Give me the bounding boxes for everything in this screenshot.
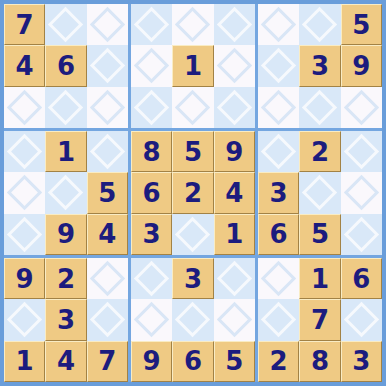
cell-r2c7[interactable] xyxy=(258,45,299,86)
box-7: 9 2 3 1 4 7 xyxy=(4,258,128,382)
diamond-outline-icon xyxy=(7,217,42,252)
cell-r7c3[interactable] xyxy=(87,258,128,299)
cell-r6c9[interactable] xyxy=(341,214,382,255)
cell-r5c9[interactable] xyxy=(341,172,382,213)
box-1: 7 4 6 xyxy=(4,4,128,128)
diamond-outline-icon xyxy=(302,90,337,125)
diamond-outline-icon xyxy=(302,7,337,42)
sudoku-board: 7 4 6 1 5 3 9 1 5 xyxy=(0,0,386,386)
diamond-outline-icon xyxy=(175,7,210,42)
diamond-outline-icon xyxy=(261,302,296,337)
diamond-outline-icon xyxy=(261,261,296,296)
box-4: 1 5 9 4 xyxy=(4,131,128,255)
cell-r1c5[interactable] xyxy=(172,4,213,45)
cell-r4c7[interactable] xyxy=(258,131,299,172)
diamond-outline-icon xyxy=(134,302,169,337)
cell-r3c5[interactable] xyxy=(172,87,213,128)
diamond-outline-icon xyxy=(217,261,252,296)
diamond-outline-icon xyxy=(7,90,42,125)
cell-r1c8[interactable] xyxy=(299,4,340,45)
cell-r7c6[interactable] xyxy=(214,258,255,299)
diamond-outline-icon xyxy=(90,90,125,125)
cell-r6c6: 1 xyxy=(214,214,255,255)
cell-r5c2[interactable] xyxy=(45,172,86,213)
cell-r6c3: 4 xyxy=(87,214,128,255)
box-3: 5 3 9 xyxy=(258,4,382,128)
diamond-outline-icon xyxy=(344,90,379,125)
cell-r5c8[interactable] xyxy=(299,172,340,213)
cell-r8c6[interactable] xyxy=(214,299,255,340)
diamond-outline-icon xyxy=(261,134,296,169)
diamond-outline-icon xyxy=(48,7,83,42)
cell-r1c1: 7 xyxy=(4,4,45,45)
diamond-outline-icon xyxy=(302,175,337,210)
cell-r9c2: 4 xyxy=(45,341,86,382)
diamond-outline-icon xyxy=(344,175,379,210)
cell-r8c5[interactable] xyxy=(172,299,213,340)
cell-r8c3[interactable] xyxy=(87,299,128,340)
cell-r2c8: 3 xyxy=(299,45,340,86)
cell-r1c2[interactable] xyxy=(45,4,86,45)
cell-r7c1: 9 xyxy=(4,258,45,299)
cell-r3c6[interactable] xyxy=(214,87,255,128)
diamond-outline-icon xyxy=(134,7,169,42)
cell-r4c6: 9 xyxy=(214,131,255,172)
diamond-outline-icon xyxy=(217,7,252,42)
cell-r4c5: 5 xyxy=(172,131,213,172)
cell-r9c6: 5 xyxy=(214,341,255,382)
cell-r8c1[interactable] xyxy=(4,299,45,340)
cell-r6c5[interactable] xyxy=(172,214,213,255)
cell-r2c4[interactable] xyxy=(131,45,172,86)
diamond-outline-icon xyxy=(7,175,42,210)
cell-r1c4[interactable] xyxy=(131,4,172,45)
diamond-outline-icon xyxy=(261,48,296,83)
cell-r3c2[interactable] xyxy=(45,87,86,128)
diamond-outline-icon xyxy=(134,48,169,83)
diamond-outline-icon xyxy=(217,90,252,125)
diamond-outline-icon xyxy=(217,48,252,83)
cell-r6c4: 3 xyxy=(131,214,172,255)
diamond-outline-icon xyxy=(175,217,210,252)
cell-r1c7[interactable] xyxy=(258,4,299,45)
cell-r8c2: 3 xyxy=(45,299,86,340)
cell-r4c3[interactable] xyxy=(87,131,128,172)
cell-r5c7: 3 xyxy=(258,172,299,213)
cell-r2c6[interactable] xyxy=(214,45,255,86)
cell-r2c5: 1 xyxy=(172,45,213,86)
cell-r3c1[interactable] xyxy=(4,87,45,128)
cell-r3c7[interactable] xyxy=(258,87,299,128)
cell-r3c9[interactable] xyxy=(341,87,382,128)
diamond-outline-icon xyxy=(134,261,169,296)
cell-r7c4[interactable] xyxy=(131,258,172,299)
cell-r6c2: 9 xyxy=(45,214,86,255)
cell-r9c1: 1 xyxy=(4,341,45,382)
cell-r5c4: 6 xyxy=(131,172,172,213)
cell-r7c7[interactable] xyxy=(258,258,299,299)
cell-r4c4: 8 xyxy=(131,131,172,172)
cell-r9c7: 2 xyxy=(258,341,299,382)
cell-r2c3[interactable] xyxy=(87,45,128,86)
diamond-outline-icon xyxy=(134,90,169,125)
cell-r4c9[interactable] xyxy=(341,131,382,172)
cell-r9c3: 7 xyxy=(87,341,128,382)
box-8: 3 9 6 5 xyxy=(131,258,255,382)
cell-r8c7[interactable] xyxy=(258,299,299,340)
cell-r5c3: 5 xyxy=(87,172,128,213)
diamond-outline-icon xyxy=(217,302,252,337)
diamond-outline-icon xyxy=(90,302,125,337)
cell-r9c5: 6 xyxy=(172,341,213,382)
diamond-outline-icon xyxy=(48,175,83,210)
cell-r4c8: 2 xyxy=(299,131,340,172)
diamond-outline-icon xyxy=(90,48,125,83)
cell-r2c2: 6 xyxy=(45,45,86,86)
cell-r1c6[interactable] xyxy=(214,4,255,45)
diamond-outline-icon xyxy=(344,134,379,169)
cell-r6c7: 6 xyxy=(258,214,299,255)
cell-r9c4: 9 xyxy=(131,341,172,382)
diamond-outline-icon xyxy=(7,134,42,169)
cell-r4c2: 1 xyxy=(45,131,86,172)
box-5: 8 5 9 6 2 4 3 1 xyxy=(131,131,255,255)
cell-r5c6: 4 xyxy=(214,172,255,213)
diamond-outline-icon xyxy=(48,90,83,125)
diamond-outline-icon xyxy=(261,90,296,125)
cell-r7c2: 2 xyxy=(45,258,86,299)
cell-r2c9: 9 xyxy=(341,45,382,86)
diamond-outline-icon xyxy=(90,7,125,42)
cell-r1c9: 5 xyxy=(341,4,382,45)
box-2: 1 xyxy=(131,4,255,128)
diamond-outline-icon xyxy=(7,302,42,337)
cell-r8c4[interactable] xyxy=(131,299,172,340)
diamond-outline-icon xyxy=(344,302,379,337)
diamond-outline-icon xyxy=(175,302,210,337)
cell-r3c4[interactable] xyxy=(131,87,172,128)
cell-r2c1: 4 xyxy=(4,45,45,86)
diamond-outline-icon xyxy=(261,7,296,42)
cell-r8c8: 7 xyxy=(299,299,340,340)
cell-r7c8: 1 xyxy=(299,258,340,299)
diamond-outline-icon xyxy=(175,90,210,125)
cell-r5c1[interactable] xyxy=(4,172,45,213)
box-9: 1 6 7 2 8 3 xyxy=(258,258,382,382)
cell-r3c8[interactable] xyxy=(299,87,340,128)
cell-r9c9: 3 xyxy=(341,341,382,382)
cell-r7c5: 3 xyxy=(172,258,213,299)
cell-r3c3[interactable] xyxy=(87,87,128,128)
cell-r8c9[interactable] xyxy=(341,299,382,340)
diamond-outline-icon xyxy=(90,134,125,169)
diamond-outline-icon xyxy=(90,261,125,296)
cell-r9c8: 8 xyxy=(299,341,340,382)
cell-r6c1[interactable] xyxy=(4,214,45,255)
cell-r4c1[interactable] xyxy=(4,131,45,172)
cell-r6c8: 5 xyxy=(299,214,340,255)
cell-r7c9: 6 xyxy=(341,258,382,299)
cell-r5c5: 2 xyxy=(172,172,213,213)
box-6: 2 3 6 5 xyxy=(258,131,382,255)
cell-r1c3[interactable] xyxy=(87,4,128,45)
diamond-outline-icon xyxy=(344,217,379,252)
